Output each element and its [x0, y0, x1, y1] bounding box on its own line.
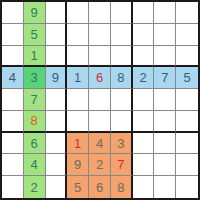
cell-r8c9[interactable]	[176, 154, 198, 176]
cell-r3c8[interactable]	[154, 46, 176, 68]
cell-r4c2[interactable]: 3	[24, 67, 46, 89]
cell-r5c6[interactable]	[111, 89, 133, 111]
cell-r5c3[interactable]	[46, 89, 68, 111]
cell-r1c4[interactable]	[67, 2, 89, 24]
cell-r7c1[interactable]	[2, 133, 24, 155]
cell-r4c9[interactable]: 5	[176, 67, 198, 89]
cell-r9c6[interactable]: 8	[111, 176, 133, 198]
cell-r2c1[interactable]	[2, 24, 24, 46]
cell-r6c9[interactable]	[176, 111, 198, 133]
cell-r1c3[interactable]	[46, 2, 68, 24]
cell-r9c2[interactable]: 2	[24, 176, 46, 198]
cell-r5c8[interactable]	[154, 89, 176, 111]
cell-r2c6[interactable]	[111, 24, 133, 46]
cell-r4c8[interactable]: 7	[154, 67, 176, 89]
cell-r1c2[interactable]: 9	[24, 2, 46, 24]
sudoku-board: 95143916827578614349272568	[0, 0, 200, 200]
cell-r6c3[interactable]	[46, 111, 68, 133]
cell-r7c4[interactable]: 1	[67, 133, 89, 155]
cell-r3c9[interactable]	[176, 46, 198, 68]
cell-r6c6[interactable]	[111, 111, 133, 133]
cell-r3c7[interactable]	[133, 46, 155, 68]
cell-r2c9[interactable]	[176, 24, 198, 46]
cell-r1c7[interactable]	[133, 2, 155, 24]
cell-r8c5[interactable]: 2	[89, 154, 111, 176]
cell-r7c9[interactable]	[176, 133, 198, 155]
cell-r4c3[interactable]: 9	[46, 67, 68, 89]
cell-r6c2[interactable]: 8	[24, 111, 46, 133]
cell-r2c7[interactable]	[133, 24, 155, 46]
cell-r6c5[interactable]	[89, 111, 111, 133]
cell-r6c1[interactable]	[2, 111, 24, 133]
cell-r1c9[interactable]	[176, 2, 198, 24]
cell-r9c7[interactable]	[133, 176, 155, 198]
cell-r7c2[interactable]: 6	[24, 133, 46, 155]
cell-r1c1[interactable]	[2, 2, 24, 24]
cell-r3c3[interactable]	[46, 46, 68, 68]
cell-r3c1[interactable]	[2, 46, 24, 68]
cell-r6c4[interactable]	[67, 111, 89, 133]
cell-r2c2[interactable]: 5	[24, 24, 46, 46]
cell-r9c1[interactable]	[2, 176, 24, 198]
cell-r9c9[interactable]	[176, 176, 198, 198]
cell-r8c4[interactable]: 9	[67, 154, 89, 176]
cell-r3c6[interactable]	[111, 46, 133, 68]
cell-r4c4[interactable]: 1	[67, 67, 89, 89]
cell-r3c2[interactable]: 1	[24, 46, 46, 68]
cell-r6c8[interactable]	[154, 111, 176, 133]
cell-r3c5[interactable]	[89, 46, 111, 68]
cell-r2c8[interactable]	[154, 24, 176, 46]
cell-r5c9[interactable]	[176, 89, 198, 111]
cell-r9c5[interactable]: 6	[89, 176, 111, 198]
cell-r8c6[interactable]: 7	[111, 154, 133, 176]
cell-r8c1[interactable]	[2, 154, 24, 176]
cell-r7c8[interactable]	[154, 133, 176, 155]
cell-r2c3[interactable]	[46, 24, 68, 46]
cell-r2c4[interactable]	[67, 24, 89, 46]
cell-r5c4[interactable]	[67, 89, 89, 111]
cell-r7c3[interactable]	[46, 133, 68, 155]
cell-r5c1[interactable]	[2, 89, 24, 111]
cell-r5c2[interactable]: 7	[24, 89, 46, 111]
cell-r1c8[interactable]	[154, 2, 176, 24]
cell-r7c7[interactable]	[133, 133, 155, 155]
cell-r5c7[interactable]	[133, 89, 155, 111]
cell-r4c6[interactable]: 8	[111, 67, 133, 89]
cell-r4c1[interactable]: 4	[2, 67, 24, 89]
cell-r9c3[interactable]	[46, 176, 68, 198]
cell-r1c5[interactable]	[89, 2, 111, 24]
cell-r8c3[interactable]	[46, 154, 68, 176]
cell-r6c7[interactable]	[133, 111, 155, 133]
cell-r1c6[interactable]	[111, 2, 133, 24]
cell-r4c5[interactable]: 6	[89, 67, 111, 89]
cell-r8c2[interactable]: 4	[24, 154, 46, 176]
cell-r4c7[interactable]: 2	[133, 67, 155, 89]
cell-r9c4[interactable]: 5	[67, 176, 89, 198]
cell-r3c4[interactable]	[67, 46, 89, 68]
cell-r8c7[interactable]	[133, 154, 155, 176]
cell-r7c6[interactable]: 3	[111, 133, 133, 155]
cell-r9c8[interactable]	[154, 176, 176, 198]
cell-r8c8[interactable]	[154, 154, 176, 176]
cell-r5c5[interactable]	[89, 89, 111, 111]
cell-r7c5[interactable]: 4	[89, 133, 111, 155]
cell-r2c5[interactable]	[89, 24, 111, 46]
